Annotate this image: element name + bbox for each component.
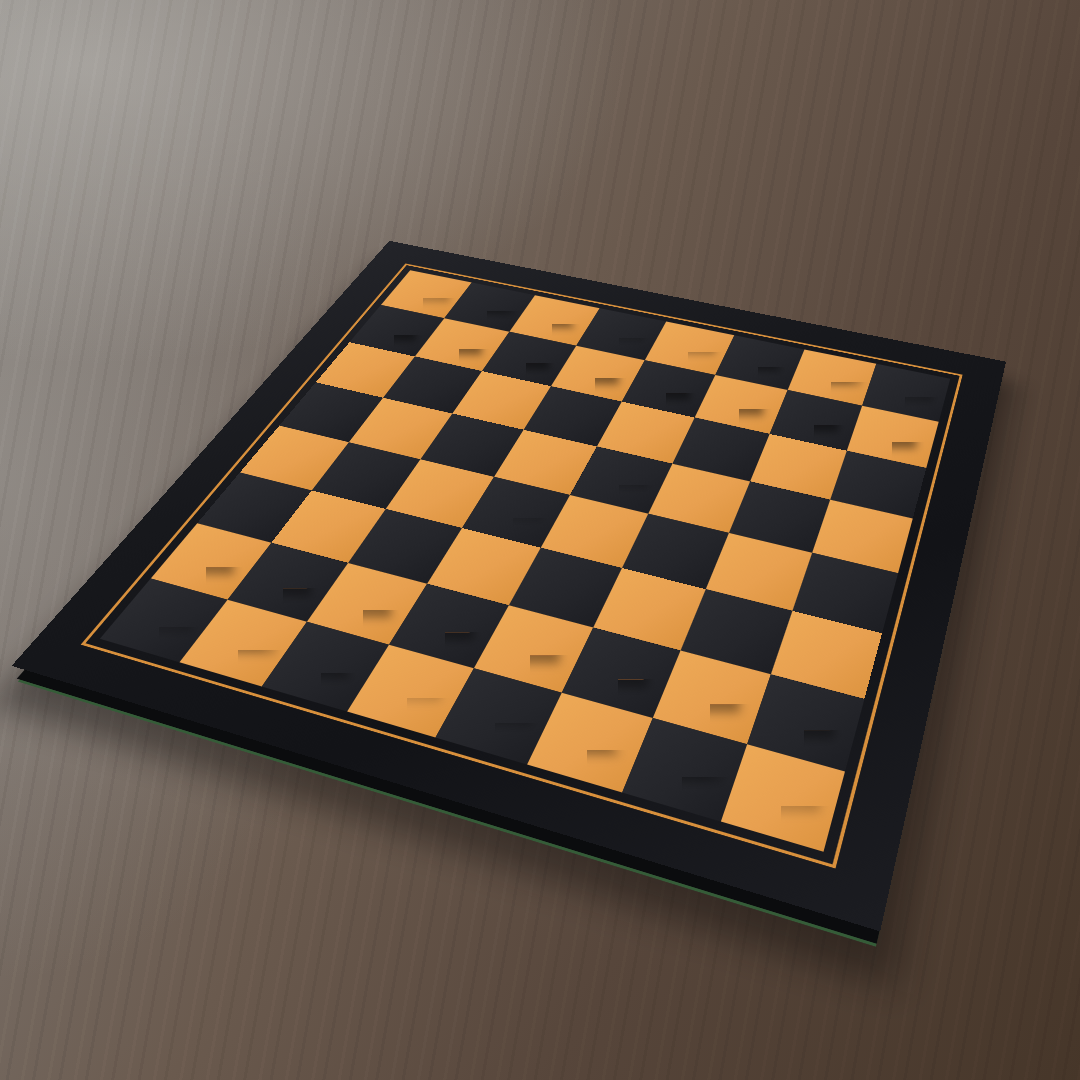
pawn-glyph: ♟ — [860, 384, 923, 449]
queen-glyph: ♛ — [566, 385, 671, 493]
pawn-glyph: ♟ — [783, 368, 846, 432]
square-d4[interactable]: ♛ — [462, 477, 570, 548]
pawn-glyph: ♟ — [430, 296, 488, 356]
knight-glyph: ♞ — [627, 674, 737, 787]
pawn-glyph: ♟ — [497, 310, 556, 371]
pawn-glyph: ♟ — [709, 353, 771, 416]
scene: ♜♞♝♛♚♝♞♜♟♟♟♟♟♟♟♟♛♛♟♟♟♟♟♟♟♟♜♞♝♛♚♝♞♜ — [0, 0, 1080, 1080]
rook-glyph: ♜ — [728, 707, 834, 816]
queen-glyph: ♛ — [459, 415, 567, 526]
pawn-glyph: ♟ — [365, 282, 423, 341]
chess-board: ♜♞♝♛♚♝♞♜♟♟♟♟♟♟♟♟♛♛♟♟♟♟♟♟♟♟♜♞♝♛♚♝♞♜ — [12, 241, 1006, 932]
bishop-glyph: ♝ — [534, 650, 640, 759]
